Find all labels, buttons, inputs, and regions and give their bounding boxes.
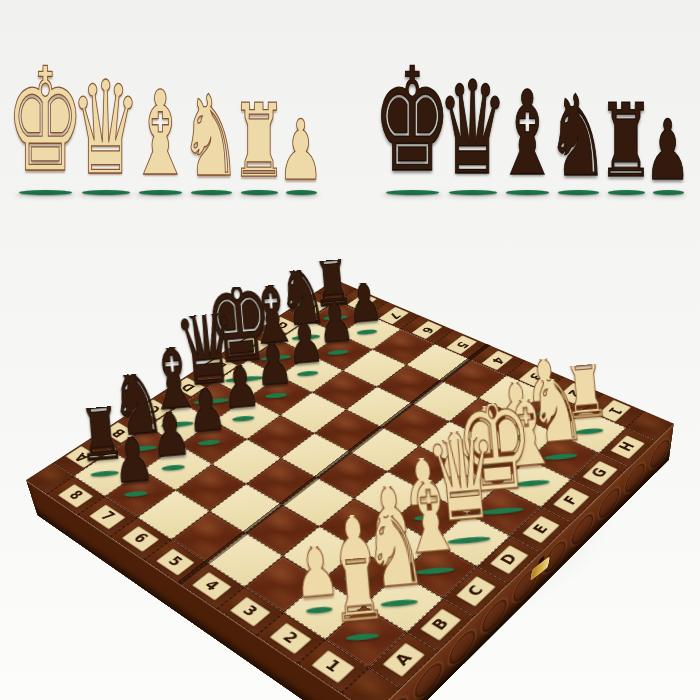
display-piece-light-queen: ♛ (78, 93, 133, 198)
piece-light-rook-a1: ♜ (320, 555, 397, 643)
piece-shadow (555, 192, 602, 198)
piece-shadow (284, 192, 319, 198)
pawn-glyph: ♟ (278, 109, 324, 192)
near-rank-label-1: 1 (311, 649, 355, 682)
display-piece-row: ♚♛♝♞♜♟ ♚♛♝♞♜♟ (0, 26, 700, 198)
near-rank-label-7: 7 (89, 504, 126, 529)
piece-shadow (188, 192, 235, 198)
piece-shadow (238, 192, 281, 198)
display-piece-light-pawn: ♟ (283, 128, 319, 198)
piece-shadow (446, 192, 500, 198)
display-piece-dark-knight: ♞ (554, 106, 602, 198)
display-piece-light-king: ♚ (14, 82, 76, 198)
piece-shadow (651, 192, 686, 198)
display-piece-light-bishop: ♝ (135, 102, 185, 198)
display-piece-light-rook: ♜ (237, 114, 281, 198)
piece-shadow (382, 192, 443, 198)
piece-shadow (605, 192, 648, 198)
pawn-glyph: ♟ (109, 420, 156, 495)
board-scene: 87654321H♜♟♟♜HG♞♟♟♞GF♝♟♟♝FE♚♟♟♚ED♛♟♟♛DC♝… (101, 203, 599, 700)
near-rank-label-5: 5 (156, 548, 195, 575)
piece-shadow (15, 192, 76, 198)
display-piece-dark-rook: ♜ (604, 114, 648, 198)
display-piece-dark-pawn: ♟ (650, 128, 686, 198)
near-rank-label-6: 6 (122, 525, 160, 551)
piece-dark-pawn-a7: ♟ (105, 435, 161, 499)
piece-shadow (79, 192, 133, 198)
piece-shadow (502, 192, 552, 198)
piece-shadow (135, 192, 185, 198)
display-set-light: ♚♛♝♞♜♟ (14, 26, 319, 198)
display-piece-dark-king: ♚ (381, 82, 443, 198)
display-piece-dark-queen: ♛ (445, 93, 500, 198)
display-piece-light-knight: ♞ (187, 106, 235, 198)
display-piece-dark-bishop: ♝ (502, 102, 552, 198)
display-set-dark: ♚♛♝♞♜♟ (381, 26, 686, 198)
near-rank-label-8: 8 (58, 483, 94, 507)
rook-glyph: ♜ (325, 534, 390, 639)
pawn-glyph: ♟ (645, 109, 691, 192)
